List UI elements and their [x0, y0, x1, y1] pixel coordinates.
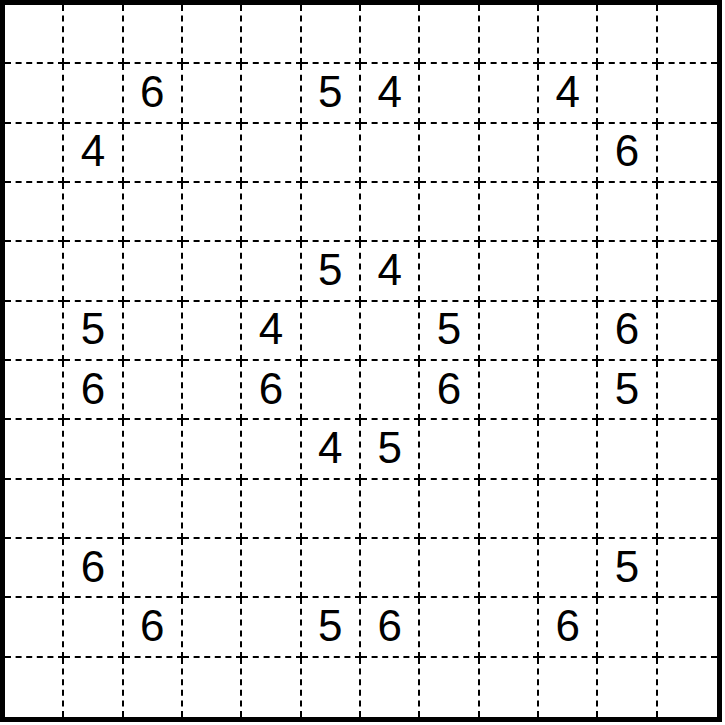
cell[interactable] — [480, 598, 539, 657]
cell[interactable]: 4 — [361, 64, 420, 123]
cell[interactable] — [539, 420, 598, 479]
cell[interactable] — [183, 598, 242, 657]
cell[interactable] — [658, 183, 717, 242]
cell[interactable] — [480, 183, 539, 242]
cell[interactable]: 4 — [242, 302, 301, 361]
cell[interactable] — [124, 124, 183, 183]
cell[interactable] — [420, 598, 479, 657]
cell[interactable] — [64, 183, 123, 242]
cell[interactable] — [183, 242, 242, 301]
cell[interactable] — [420, 64, 479, 123]
cell[interactable] — [5, 302, 64, 361]
cell[interactable] — [242, 64, 301, 123]
cell[interactable] — [361, 183, 420, 242]
cell[interactable]: 6 — [64, 361, 123, 420]
cell[interactable] — [598, 5, 657, 64]
cell[interactable] — [539, 361, 598, 420]
cell[interactable] — [658, 539, 717, 598]
cell[interactable] — [658, 480, 717, 539]
cell[interactable] — [302, 361, 361, 420]
cell[interactable] — [480, 124, 539, 183]
cell[interactable] — [420, 658, 479, 717]
cell[interactable]: 6 — [64, 539, 123, 598]
cell[interactable]: 4 — [302, 420, 361, 479]
cell[interactable] — [64, 658, 123, 717]
cell[interactable]: 4 — [64, 124, 123, 183]
clue-number: 5 — [318, 604, 342, 648]
cell[interactable] — [242, 598, 301, 657]
cell[interactable] — [242, 420, 301, 479]
clue-number: 6 — [615, 307, 639, 351]
cell[interactable]: 5 — [598, 539, 657, 598]
cell[interactable] — [658, 64, 717, 123]
cell[interactable]: 5 — [64, 302, 123, 361]
cell[interactable] — [361, 124, 420, 183]
cell[interactable] — [361, 539, 420, 598]
cell[interactable] — [242, 480, 301, 539]
cell[interactable] — [539, 302, 598, 361]
cell[interactable] — [124, 361, 183, 420]
cell[interactable] — [5, 658, 64, 717]
cell[interactable] — [480, 64, 539, 123]
cell[interactable] — [183, 539, 242, 598]
cell[interactable] — [598, 242, 657, 301]
cell[interactable] — [420, 5, 479, 64]
cell[interactable] — [480, 658, 539, 717]
clue-number: 4 — [259, 307, 283, 351]
cell[interactable] — [5, 480, 64, 539]
cell[interactable]: 4 — [539, 64, 598, 123]
cell[interactable] — [658, 124, 717, 183]
cell[interactable] — [5, 183, 64, 242]
cell[interactable] — [420, 242, 479, 301]
cell[interactable] — [242, 5, 301, 64]
cell[interactable] — [658, 361, 717, 420]
clue-number: 5 — [615, 367, 639, 411]
clue-number: 4 — [555, 70, 579, 114]
puzzle-screen: 654446545456666545656566 — [0, 0, 725, 725]
cell[interactable] — [242, 539, 301, 598]
cell[interactable] — [64, 64, 123, 123]
cell[interactable] — [361, 658, 420, 717]
cell[interactable] — [124, 5, 183, 64]
cell[interactable] — [480, 302, 539, 361]
clue-number: 5 — [615, 545, 639, 589]
cell[interactable] — [302, 658, 361, 717]
cell[interactable] — [658, 658, 717, 717]
cell[interactable] — [598, 64, 657, 123]
cell[interactable] — [64, 5, 123, 64]
cell[interactable] — [480, 5, 539, 64]
clue-number: 4 — [318, 426, 342, 470]
cell[interactable] — [64, 480, 123, 539]
cell[interactable] — [539, 242, 598, 301]
cell[interactable]: 6 — [598, 302, 657, 361]
clue-number: 4 — [81, 129, 105, 173]
cell[interactable] — [658, 242, 717, 301]
cell[interactable] — [361, 480, 420, 539]
clue-number: 5 — [81, 307, 105, 351]
cell[interactable]: 6 — [124, 598, 183, 657]
cell[interactable] — [5, 420, 64, 479]
cell[interactable] — [539, 183, 598, 242]
cell[interactable] — [598, 480, 657, 539]
cell[interactable] — [302, 124, 361, 183]
cell[interactable] — [598, 598, 657, 657]
clue-number: 5 — [377, 426, 401, 470]
cell[interactable]: 5 — [361, 420, 420, 479]
cell[interactable] — [420, 183, 479, 242]
cell[interactable] — [539, 480, 598, 539]
clue-number: 6 — [377, 604, 401, 648]
clue-number: 6 — [555, 604, 579, 648]
cell[interactable] — [480, 539, 539, 598]
cell[interactable] — [420, 480, 479, 539]
cell[interactable] — [658, 420, 717, 479]
cell[interactable] — [5, 361, 64, 420]
cell[interactable]: 6 — [420, 361, 479, 420]
clue-number: 5 — [437, 307, 461, 351]
clue-number: 4 — [377, 70, 401, 114]
cell[interactable] — [124, 658, 183, 717]
cell[interactable] — [124, 242, 183, 301]
cell[interactable] — [480, 420, 539, 479]
cell[interactable] — [242, 658, 301, 717]
cell[interactable] — [598, 183, 657, 242]
puzzle-board: 654446545456666545656566 — [0, 0, 722, 722]
clue-number: 6 — [259, 367, 283, 411]
clue-number: 5 — [318, 248, 342, 292]
clue-number: 6 — [140, 70, 164, 114]
cell[interactable] — [420, 124, 479, 183]
cell[interactable] — [183, 5, 242, 64]
cell[interactable] — [598, 420, 657, 479]
cell[interactable]: 5 — [302, 598, 361, 657]
cell[interactable] — [480, 361, 539, 420]
cell[interactable] — [124, 183, 183, 242]
cell[interactable] — [242, 242, 301, 301]
cell[interactable] — [124, 480, 183, 539]
cell[interactable] — [539, 539, 598, 598]
cell[interactable] — [361, 5, 420, 64]
cell[interactable] — [658, 598, 717, 657]
cell[interactable] — [183, 64, 242, 123]
cell[interactable] — [480, 242, 539, 301]
cell[interactable] — [302, 539, 361, 598]
cell[interactable]: 6 — [598, 124, 657, 183]
cell[interactable] — [302, 480, 361, 539]
cell[interactable]: 6 — [242, 361, 301, 420]
cell[interactable] — [5, 124, 64, 183]
cell[interactable] — [361, 361, 420, 420]
cell[interactable] — [539, 5, 598, 64]
cell[interactable] — [183, 480, 242, 539]
cell[interactable] — [302, 302, 361, 361]
cell[interactable] — [183, 302, 242, 361]
cell[interactable] — [183, 361, 242, 420]
cell[interactable] — [539, 658, 598, 717]
cell[interactable] — [420, 420, 479, 479]
cell[interactable] — [183, 420, 242, 479]
cell[interactable] — [183, 183, 242, 242]
cell[interactable] — [242, 124, 301, 183]
cell[interactable]: 6 — [539, 598, 598, 657]
cell[interactable] — [183, 658, 242, 717]
cell[interactable]: 5 — [302, 242, 361, 301]
clue-number: 6 — [615, 129, 639, 173]
clue-number: 4 — [377, 248, 401, 292]
clue-number: 6 — [81, 367, 105, 411]
cell[interactable] — [5, 539, 64, 598]
cell[interactable] — [64, 420, 123, 479]
cell[interactable] — [64, 242, 123, 301]
cell[interactable] — [658, 5, 717, 64]
cell[interactable] — [64, 598, 123, 657]
cell[interactable] — [539, 124, 598, 183]
cell[interactable]: 5 — [302, 64, 361, 123]
clue-number: 5 — [318, 70, 342, 114]
clue-number: 6 — [140, 604, 164, 648]
cell[interactable] — [480, 480, 539, 539]
clue-number: 6 — [81, 545, 105, 589]
cell[interactable] — [658, 302, 717, 361]
cell[interactable] — [361, 302, 420, 361]
cell[interactable] — [242, 183, 301, 242]
cell[interactable] — [598, 658, 657, 717]
cell[interactable]: 6 — [361, 598, 420, 657]
clue-number: 6 — [437, 367, 461, 411]
cell[interactable] — [5, 242, 64, 301]
cell[interactable] — [420, 539, 479, 598]
cell[interactable] — [124, 302, 183, 361]
cell[interactable]: 6 — [124, 64, 183, 123]
cell[interactable]: 4 — [361, 242, 420, 301]
cell[interactable] — [5, 64, 64, 123]
cell[interactable] — [302, 183, 361, 242]
cell[interactable] — [183, 124, 242, 183]
cell[interactable]: 5 — [598, 361, 657, 420]
cell[interactable] — [5, 5, 64, 64]
cell[interactable] — [302, 5, 361, 64]
cell[interactable] — [124, 539, 183, 598]
cell[interactable] — [124, 420, 183, 479]
cell[interactable]: 5 — [420, 302, 479, 361]
cell[interactable] — [5, 598, 64, 657]
